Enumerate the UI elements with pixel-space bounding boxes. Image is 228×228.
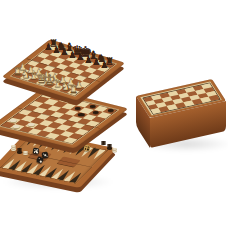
lid-square [208, 95, 219, 101]
dark-pawn-piece: ♟ [92, 59, 100, 68]
dark-draughts-disc [93, 111, 100, 114]
die-pip [87, 149, 89, 151]
die-pip [40, 161, 42, 163]
dark-checker-stack [101, 141, 106, 145]
die-pip [46, 155, 48, 157]
dark-pawn-piece: ♟ [100, 61, 108, 70]
dark-pawn-piece: ♟ [84, 56, 92, 65]
dark-pawn-piece: ♟ [44, 44, 52, 53]
light-draughts-disc [28, 123, 35, 126]
dark-pawn-piece: ♟ [76, 54, 84, 63]
dark-pawn-piece: ♟ [68, 51, 76, 60]
light-checker-stack [23, 151, 28, 155]
die-pip [38, 157, 40, 159]
die-pip [34, 151, 36, 153]
checkers-square [63, 137, 77, 143]
dark-pawn-piece: ♟ [52, 46, 60, 55]
dark-draughts-disc [89, 105, 96, 108]
die-pip [36, 152, 38, 154]
light-checker-stack [11, 145, 16, 151]
light-draughts-disc [13, 125, 20, 128]
light-rook-piece: ♜ [69, 84, 78, 94]
black-die [33, 148, 40, 155]
dark-draughts-disc [107, 109, 114, 112]
die-pip [37, 149, 39, 151]
dark-checker-stack [17, 148, 22, 154]
light-draughts-disc [10, 119, 17, 122]
dark-draughts-disc [75, 107, 82, 110]
dark-draughts-disc [78, 113, 85, 116]
light-checker-stack [112, 148, 117, 152]
dark-pawn-piece: ♟ [60, 49, 68, 58]
game-set-product-photo: ♜♞♟♝♟♛♟♚♟♝♟♞♟♜♟♟♟♟♜♟♞♟♝♟♛♟♚♟♝♟♞♜ [0, 0, 228, 228]
